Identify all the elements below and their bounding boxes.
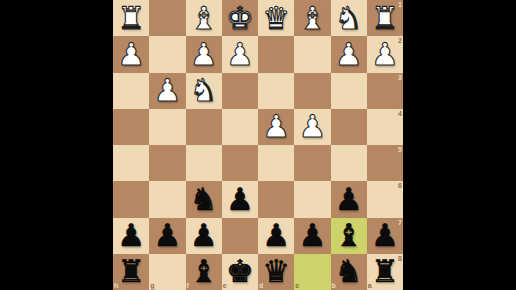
black-pawn[interactable]: ♟: [371, 220, 399, 251]
square-e7[interactable]: [222, 218, 258, 254]
square-a8[interactable]: a8♜: [367, 254, 403, 290]
square-f2[interactable]: ♟: [186, 36, 222, 72]
rank-label-8: 8: [398, 255, 402, 262]
square-f5[interactable]: [186, 145, 222, 181]
black-queen[interactable]: ♛: [262, 256, 290, 287]
black-bishop[interactable]: ♝: [335, 220, 363, 251]
file-label-e: e: [223, 282, 227, 289]
rank-label-7: 7: [398, 219, 402, 226]
square-f4[interactable]: [186, 109, 222, 145]
square-d3[interactable]: [258, 73, 294, 109]
app-background: ♜♝♚♛♝♞1♜♟♟♟♟2♟♟♞3♟♟45♞♟♟6♟♟♟♟♟♝7♟h♜gf♝e♚…: [0, 0, 516, 290]
square-d1[interactable]: ♛: [258, 0, 294, 36]
square-b1[interactable]: ♞: [331, 0, 367, 36]
square-h1[interactable]: ♜: [113, 0, 149, 36]
square-f8[interactable]: f♝: [186, 254, 222, 290]
white-pawn[interactable]: ♟: [117, 39, 145, 70]
square-g2[interactable]: [149, 36, 185, 72]
black-pawn[interactable]: ♟: [190, 220, 218, 251]
square-a1[interactable]: 1♜: [367, 0, 403, 36]
black-rook[interactable]: ♜: [117, 256, 145, 287]
black-king[interactable]: ♚: [226, 256, 254, 287]
white-knight[interactable]: ♞: [190, 75, 218, 106]
black-pawn[interactable]: ♟: [117, 220, 145, 251]
square-a2[interactable]: 2♟: [367, 36, 403, 72]
square-e5[interactable]: [222, 145, 258, 181]
file-label-g: g: [150, 282, 154, 289]
square-h4[interactable]: [113, 109, 149, 145]
square-a5[interactable]: 5: [367, 145, 403, 181]
white-rook[interactable]: ♜: [117, 3, 145, 34]
rank-label-4: 4: [398, 110, 402, 117]
white-pawn[interactable]: ♟: [335, 39, 363, 70]
square-a6[interactable]: 6: [367, 181, 403, 217]
square-h2[interactable]: ♟: [113, 36, 149, 72]
square-g1[interactable]: [149, 0, 185, 36]
file-label-f: f: [187, 282, 189, 289]
square-a3[interactable]: 3: [367, 73, 403, 109]
black-pawn[interactable]: ♟: [298, 220, 326, 251]
white-queen[interactable]: ♛: [262, 3, 290, 34]
file-label-b: b: [332, 282, 336, 289]
square-e1[interactable]: ♚: [222, 0, 258, 36]
white-pawn[interactable]: ♟: [190, 39, 218, 70]
white-pawn[interactable]: ♟: [226, 39, 254, 70]
white-pawn[interactable]: ♟: [153, 75, 181, 106]
file-label-d: d: [259, 282, 263, 289]
square-d2[interactable]: [258, 36, 294, 72]
black-bishop[interactable]: ♝: [190, 256, 218, 287]
square-b4[interactable]: [331, 109, 367, 145]
square-d8[interactable]: d♛: [258, 254, 294, 290]
black-knight[interactable]: ♞: [190, 184, 218, 215]
white-pawn[interactable]: ♟: [262, 111, 290, 142]
file-label-h: h: [114, 282, 118, 289]
file-label-c: c: [295, 282, 299, 289]
square-b8[interactable]: b♞: [331, 254, 367, 290]
rank-label-1: 1: [398, 1, 402, 8]
square-h7[interactable]: ♟: [113, 218, 149, 254]
white-bishop[interactable]: ♝: [298, 3, 326, 34]
square-g8[interactable]: g: [149, 254, 185, 290]
square-d5[interactable]: [258, 145, 294, 181]
black-rook[interactable]: ♜: [371, 256, 399, 287]
square-b5[interactable]: [331, 145, 367, 181]
white-knight[interactable]: ♞: [335, 3, 363, 34]
white-pawn[interactable]: ♟: [298, 111, 326, 142]
square-c5[interactable]: [294, 145, 330, 181]
square-c8[interactable]: c: [294, 254, 330, 290]
square-f6[interactable]: ♞: [186, 181, 222, 217]
square-e8[interactable]: e♚: [222, 254, 258, 290]
square-b6[interactable]: ♟: [331, 181, 367, 217]
white-king[interactable]: ♚: [226, 3, 254, 34]
rank-label-2: 2: [398, 37, 402, 44]
square-c7[interactable]: ♟: [294, 218, 330, 254]
black-pawn[interactable]: ♟: [262, 220, 290, 251]
white-pawn[interactable]: ♟: [371, 39, 399, 70]
square-g4[interactable]: [149, 109, 185, 145]
square-g7[interactable]: ♟: [149, 218, 185, 254]
rank-label-5: 5: [398, 146, 402, 153]
chess-board: ♜♝♚♛♝♞1♜♟♟♟♟2♟♟♞3♟♟45♞♟♟6♟♟♟♟♟♝7♟h♜gf♝e♚…: [113, 0, 403, 290]
square-f3[interactable]: ♞: [186, 73, 222, 109]
square-h3[interactable]: [113, 73, 149, 109]
rank-label-6: 6: [398, 182, 402, 189]
square-b2[interactable]: ♟: [331, 36, 367, 72]
black-knight[interactable]: ♞: [335, 256, 363, 287]
square-f7[interactable]: ♟: [186, 218, 222, 254]
square-g3[interactable]: ♟: [149, 73, 185, 109]
square-c4[interactable]: ♟: [294, 109, 330, 145]
square-b7[interactable]: ♝: [331, 218, 367, 254]
black-pawn[interactable]: ♟: [226, 184, 254, 215]
white-bishop[interactable]: ♝: [190, 3, 218, 34]
white-rook[interactable]: ♜: [371, 3, 399, 34]
square-e2[interactable]: ♟: [222, 36, 258, 72]
square-e6[interactable]: ♟: [222, 181, 258, 217]
square-g6[interactable]: [149, 181, 185, 217]
square-h8[interactable]: h♜: [113, 254, 149, 290]
square-d4[interactable]: ♟: [258, 109, 294, 145]
square-g5[interactable]: [149, 145, 185, 181]
square-f1[interactable]: ♝: [186, 0, 222, 36]
square-b3[interactable]: [331, 73, 367, 109]
square-c6[interactable]: [294, 181, 330, 217]
rank-label-3: 3: [398, 74, 402, 81]
square-d7[interactable]: ♟: [258, 218, 294, 254]
square-d6[interactable]: [258, 181, 294, 217]
square-c2[interactable]: [294, 36, 330, 72]
square-e3[interactable]: [222, 73, 258, 109]
black-pawn[interactable]: ♟: [153, 220, 181, 251]
square-h6[interactable]: [113, 181, 149, 217]
black-pawn[interactable]: ♟: [335, 184, 363, 215]
square-a7[interactable]: 7♟: [367, 218, 403, 254]
square-c1[interactable]: ♝: [294, 0, 330, 36]
file-label-a: a: [368, 282, 372, 289]
square-c3[interactable]: [294, 73, 330, 109]
square-a4[interactable]: 4: [367, 109, 403, 145]
square-h5[interactable]: [113, 145, 149, 181]
square-e4[interactable]: [222, 109, 258, 145]
